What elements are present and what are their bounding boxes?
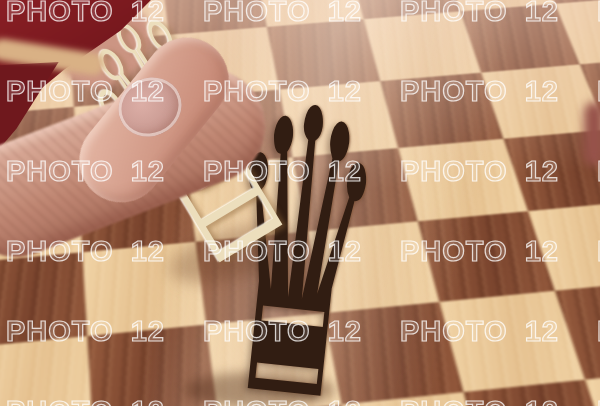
blurred-red-edge-object <box>584 102 600 166</box>
photo-chess-scene: ♛ ♕ PHOTO 12PHOTO 12PHOTO 12PHOTO 12PHOT… <box>0 0 600 406</box>
